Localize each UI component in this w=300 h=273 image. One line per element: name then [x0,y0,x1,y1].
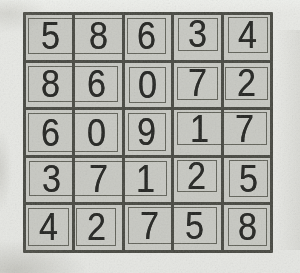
grid-cell: 1 [174,110,220,155]
grid-cell: 8 [224,205,270,250]
grid-cell: 4 [26,205,72,250]
number-tile: 3 [29,161,72,197]
number-tile: 8 [228,208,267,246]
number-tile: 2 [76,208,115,246]
tile-digit: 5 [41,17,60,55]
grid-cell: 0 [75,110,121,155]
tile-digit: 8 [41,65,60,103]
grid-cell: 5 [224,158,270,203]
grid-cell: 1 [125,158,171,203]
tile-digit: 0 [138,66,157,104]
number-tile: 6 [127,18,166,54]
tile-digit: 2 [237,64,256,102]
tile-digit: 6 [41,114,60,152]
tile-digit: 3 [188,15,207,53]
grid-cell: 7 [75,158,121,203]
number-tile: 6 [28,113,72,152]
grid-cell: 7 [125,205,171,250]
grid-cell: 2 [224,63,270,108]
number-tile: 4 [228,17,268,53]
number-tile: 2 [225,67,268,101]
number-tile: 7 [128,207,171,244]
tile-digit: 9 [137,113,156,151]
tile-digit: 6 [137,17,156,55]
tile-digit: 7 [235,110,254,148]
number-tile: 3 [178,18,217,51]
puzzle-board: 5 8 6 3 4 8 6 0 7 2 6 0 9 1 7 3 7 1 2 5 … [23,12,273,253]
number-tile: 7 [224,112,267,145]
number-tile: 4 [28,208,69,246]
tile-digit: 4 [39,208,58,246]
tile-digit: 7 [140,207,159,245]
number-tile: 1 [177,112,220,145]
tile-digit: 7 [188,64,207,102]
tile-digit: 2 [87,208,106,246]
tile-digit: 3 [42,160,61,198]
grid-cell: 6 [26,110,72,155]
grid-cell: 5 [26,15,72,60]
tile-digit: 1 [190,110,209,148]
number-tile: 8 [75,18,121,54]
grid-cell: 5 [174,205,220,250]
tile-digit: 5 [239,160,258,198]
number-tile: 2 [177,160,216,193]
paper-smudge [276,30,300,250]
grid-cell: 6 [125,15,171,60]
number-tile: 6 [75,66,117,103]
number-tile: 9 [128,113,166,151]
grid-cell: 8 [75,15,121,60]
tile-digit: 5 [185,207,204,245]
number-tile: 0 [129,67,166,104]
grid-cell: 6 [75,63,121,108]
tile-digit: 2 [187,157,206,195]
grid-cell: 0 [125,63,171,108]
grid-cell: 7 [224,110,270,155]
grid-cell: 2 [75,205,121,250]
number-tile: 5 [229,160,268,198]
grid-cell: 9 [125,110,171,155]
number-tile: 0 [75,113,117,152]
tile-digit: 8 [89,17,108,55]
tile-digit: 7 [89,160,108,198]
tile-digit: 1 [136,160,155,198]
grid-cell: 3 [26,158,72,203]
number-tile: 7 [75,161,121,197]
grid-cell: 7 [174,63,220,108]
grid-cell: 4 [224,15,270,60]
number-tile: 5 [174,207,216,244]
tile-digit: 0 [87,114,106,152]
grid-cell: 2 [174,158,220,203]
scanned-puzzle-page: 5 8 6 3 4 8 6 0 7 2 6 0 9 1 7 3 7 1 2 5 … [0,0,300,273]
number-tile: 5 [28,18,72,54]
grid-cell: 3 [174,15,220,60]
tile-digit: 4 [238,16,257,54]
tile-digit: 8 [238,208,257,246]
number-tile: 7 [177,67,217,101]
grid-cell: 8 [26,63,72,108]
tile-digit: 6 [87,65,106,103]
number-tile: 8 [28,66,72,103]
number-tile: 1 [125,161,167,197]
